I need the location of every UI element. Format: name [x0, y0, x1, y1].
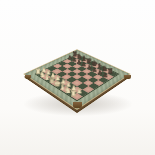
white-rook-piece[interactable]: ♜ [67, 90, 81, 99]
board-foot-bottom [73, 102, 82, 108]
black-pawn-piece[interactable]: ♟ [100, 72, 112, 78]
board-foot-right [124, 75, 131, 79]
board-foot-left [25, 75, 31, 79]
photo-stage: ♜♞♝♛♚♝♞♜♟♟♟♟♟♟♟♟♟♟♟♟♟♟♟♟♜♞♝♛♚♝♞♜ [0, 0, 155, 155]
